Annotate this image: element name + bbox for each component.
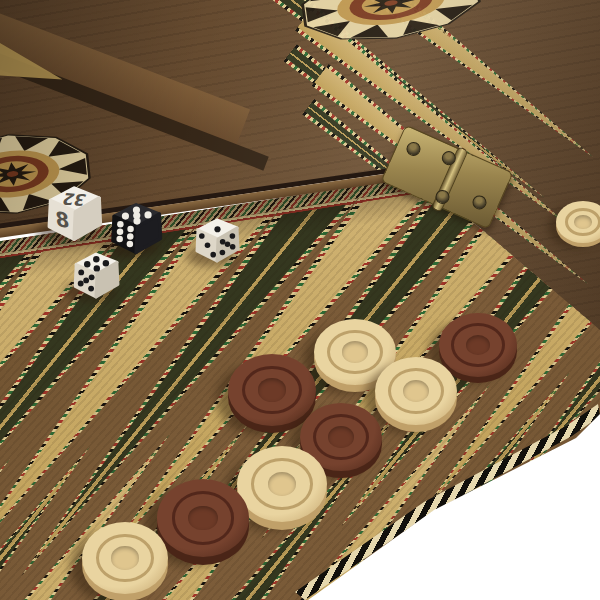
hinge-screw: [404, 140, 422, 158]
checker-light[interactable]: [82, 522, 168, 594]
checker-top: [82, 522, 168, 594]
checker-top: [237, 446, 327, 522]
checker-inner-disc: [403, 380, 429, 402]
checker-top: [375, 357, 457, 425]
doubling-cube[interactable]: 328: [42, 182, 104, 244]
checker-light[interactable]: [237, 446, 327, 522]
checker-light[interactable]: [375, 357, 457, 425]
checker-inner-disc: [188, 506, 217, 531]
white-die-a[interactable]: [69, 249, 121, 301]
svg-text:8: 8: [54, 206, 70, 233]
checker-light[interactable]: [556, 201, 600, 243]
checker-inner-disc: [328, 426, 354, 448]
checker-inner-disc: [258, 378, 286, 401]
checker-dark[interactable]: [157, 479, 249, 557]
checker-inner-disc: [111, 546, 139, 569]
checker-inner-disc: [574, 215, 591, 228]
checker-inner-disc: [342, 341, 368, 362]
white-die-b[interactable]: [191, 215, 241, 265]
backgammon-photo-scene: 328: [0, 0, 600, 600]
checker-top: [157, 479, 249, 557]
hinge-screw: [470, 193, 488, 211]
